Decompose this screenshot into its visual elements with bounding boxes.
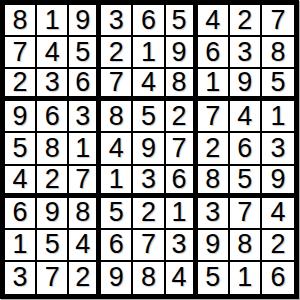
cell-r7c7[interactable]: 3 bbox=[198, 198, 230, 230]
cell-r5c9[interactable]: 3 bbox=[262, 133, 294, 165]
cell-r8c2[interactable]: 5 bbox=[37, 230, 69, 262]
cell-r7c4[interactable]: 5 bbox=[101, 198, 133, 230]
cell-r6c8[interactable]: 5 bbox=[230, 166, 262, 198]
cell-r6c6[interactable]: 6 bbox=[166, 166, 198, 198]
cell-r4c4[interactable]: 8 bbox=[101, 101, 133, 133]
cell-r5c7[interactable]: 2 bbox=[198, 133, 230, 165]
cell-r3c5[interactable]: 4 bbox=[133, 69, 165, 101]
cell-r9c2[interactable]: 7 bbox=[37, 262, 69, 294]
cell-r6c2[interactable]: 2 bbox=[37, 166, 69, 198]
cell-r4c6[interactable]: 2 bbox=[166, 101, 198, 133]
cell-r1c1[interactable]: 8 bbox=[5, 5, 37, 37]
sudoku-board: 8193654277452196382367481959638527415814… bbox=[0, 0, 299, 299]
cell-r1c9[interactable]: 7 bbox=[262, 5, 294, 37]
cell-r4c3[interactable]: 3 bbox=[69, 101, 101, 133]
cell-r6c5[interactable]: 3 bbox=[133, 166, 165, 198]
cell-r6c9[interactable]: 9 bbox=[262, 166, 294, 198]
cell-r6c1[interactable]: 4 bbox=[5, 166, 37, 198]
cell-r5c4[interactable]: 4 bbox=[101, 133, 133, 165]
cell-r3c6[interactable]: 8 bbox=[166, 69, 198, 101]
cell-r5c2[interactable]: 8 bbox=[37, 133, 69, 165]
cell-r2c7[interactable]: 6 bbox=[198, 37, 230, 69]
cell-r7c2[interactable]: 9 bbox=[37, 198, 69, 230]
cell-r5c6[interactable]: 7 bbox=[166, 133, 198, 165]
cell-r9c8[interactable]: 1 bbox=[230, 262, 262, 294]
cell-r9c6[interactable]: 4 bbox=[166, 262, 198, 294]
cell-r9c7[interactable]: 5 bbox=[198, 262, 230, 294]
cell-r3c8[interactable]: 9 bbox=[230, 69, 262, 101]
cell-r2c8[interactable]: 3 bbox=[230, 37, 262, 69]
cell-r1c7[interactable]: 4 bbox=[198, 5, 230, 37]
cell-r4c5[interactable]: 5 bbox=[133, 101, 165, 133]
cell-r5c8[interactable]: 6 bbox=[230, 133, 262, 165]
cell-r5c5[interactable]: 9 bbox=[133, 133, 165, 165]
cell-r7c8[interactable]: 7 bbox=[230, 198, 262, 230]
cell-r8c8[interactable]: 8 bbox=[230, 230, 262, 262]
cell-r7c1[interactable]: 6 bbox=[5, 198, 37, 230]
cell-r6c3[interactable]: 7 bbox=[69, 166, 101, 198]
cell-r7c5[interactable]: 2 bbox=[133, 198, 165, 230]
cell-r2c4[interactable]: 2 bbox=[101, 37, 133, 69]
cell-r8c1[interactable]: 1 bbox=[5, 230, 37, 262]
cell-r8c4[interactable]: 6 bbox=[101, 230, 133, 262]
cell-r7c3[interactable]: 8 bbox=[69, 198, 101, 230]
cell-r4c7[interactable]: 7 bbox=[198, 101, 230, 133]
cell-r1c2[interactable]: 1 bbox=[37, 5, 69, 37]
cell-r6c4[interactable]: 1 bbox=[101, 166, 133, 198]
cell-r9c1[interactable]: 3 bbox=[5, 262, 37, 294]
cell-r2c1[interactable]: 7 bbox=[5, 37, 37, 69]
cell-r3c4[interactable]: 7 bbox=[101, 69, 133, 101]
cell-r9c4[interactable]: 9 bbox=[101, 262, 133, 294]
cell-r8c6[interactable]: 3 bbox=[166, 230, 198, 262]
cell-r1c6[interactable]: 5 bbox=[166, 5, 198, 37]
cell-r9c5[interactable]: 8 bbox=[133, 262, 165, 294]
cell-r7c9[interactable]: 4 bbox=[262, 198, 294, 230]
cell-r4c1[interactable]: 9 bbox=[5, 101, 37, 133]
cell-r3c7[interactable]: 1 bbox=[198, 69, 230, 101]
cell-r6c7[interactable]: 8 bbox=[198, 166, 230, 198]
cell-r9c9[interactable]: 6 bbox=[262, 262, 294, 294]
cell-r1c5[interactable]: 6 bbox=[133, 5, 165, 37]
cell-r2c5[interactable]: 1 bbox=[133, 37, 165, 69]
cell-r8c7[interactable]: 9 bbox=[198, 230, 230, 262]
cell-r3c3[interactable]: 6 bbox=[69, 69, 101, 101]
cell-r1c3[interactable]: 9 bbox=[69, 5, 101, 37]
cell-r8c9[interactable]: 2 bbox=[262, 230, 294, 262]
cell-r5c1[interactable]: 5 bbox=[5, 133, 37, 165]
cell-r1c8[interactable]: 2 bbox=[230, 5, 262, 37]
cell-r2c3[interactable]: 5 bbox=[69, 37, 101, 69]
cell-r4c9[interactable]: 1 bbox=[262, 101, 294, 133]
cell-r2c9[interactable]: 8 bbox=[262, 37, 294, 69]
cell-r8c5[interactable]: 7 bbox=[133, 230, 165, 262]
cell-r2c6[interactable]: 9 bbox=[166, 37, 198, 69]
cell-r4c2[interactable]: 6 bbox=[37, 101, 69, 133]
cell-r1c4[interactable]: 3 bbox=[101, 5, 133, 37]
cell-r5c3[interactable]: 1 bbox=[69, 133, 101, 165]
cell-r3c9[interactable]: 5 bbox=[262, 69, 294, 101]
cell-r9c3[interactable]: 2 bbox=[69, 262, 101, 294]
cell-r8c3[interactable]: 4 bbox=[69, 230, 101, 262]
cell-r7c6[interactable]: 1 bbox=[166, 198, 198, 230]
cell-r2c2[interactable]: 4 bbox=[37, 37, 69, 69]
cell-r4c8[interactable]: 4 bbox=[230, 101, 262, 133]
cell-r3c1[interactable]: 2 bbox=[5, 69, 37, 101]
cell-r3c2[interactable]: 3 bbox=[37, 69, 69, 101]
